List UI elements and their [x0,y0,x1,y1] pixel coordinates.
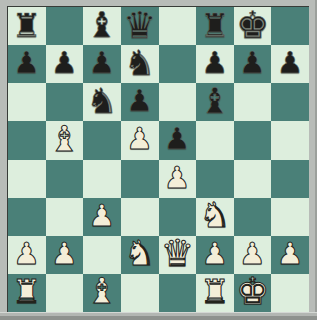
piece-black-rook[interactable]: ♜ [200,9,230,42]
piece-black-knight[interactable]: ♞ [86,84,117,119]
square-a6[interactable] [8,83,46,121]
square-b4[interactable] [46,160,84,198]
square-g7[interactable]: ♟ [234,45,272,83]
piece-black-pawn[interactable]: ♟ [164,124,191,154]
piece-white-bishop[interactable]: ♝ [86,274,117,309]
square-b8[interactable] [46,7,84,45]
square-b5[interactable]: ♝ [46,121,84,159]
square-c3[interactable]: ♟ [83,198,121,236]
piece-white-knight[interactable]: ♞ [199,198,230,233]
square-a3[interactable] [8,198,46,236]
square-c6[interactable]: ♞ [83,83,121,121]
frame-right-bevel [315,0,317,320]
square-f5[interactable] [196,121,234,159]
square-f3[interactable]: ♞ [196,198,234,236]
piece-black-king[interactable]: ♚ [236,7,269,44]
square-c4[interactable] [83,160,121,198]
square-e1[interactable] [159,274,197,312]
square-a5[interactable] [8,121,46,159]
square-c1[interactable]: ♝ [83,274,121,312]
piece-white-pawn[interactable]: ♟ [89,201,116,231]
piece-white-pawn[interactable]: ♟ [51,239,78,269]
square-e4[interactable]: ♟ [159,160,197,198]
piece-black-pawn[interactable]: ♟ [51,48,78,78]
square-d5[interactable]: ♟ [121,121,159,159]
chess-board-frame: ♜♝♛♜♚♟♟♟♞♟♟♟♞♟♝♝♟♟♟♟♞♟♟♞♛♟♟♟♜♝♜♚ [0,0,317,320]
piece-black-bishop[interactable]: ♝ [86,8,117,43]
square-f6[interactable]: ♝ [196,83,234,121]
square-f7[interactable]: ♟ [196,45,234,83]
square-b6[interactable] [46,83,84,121]
square-e2[interactable]: ♛ [159,236,197,274]
square-f8[interactable]: ♜ [196,7,234,45]
square-h3[interactable] [271,198,309,236]
square-h2[interactable]: ♟ [271,236,309,274]
square-g1[interactable]: ♚ [234,274,272,312]
square-c8[interactable]: ♝ [83,7,121,45]
square-d6[interactable]: ♟ [121,83,159,121]
square-e8[interactable] [159,7,197,45]
square-d2[interactable]: ♞ [121,236,159,274]
square-g2[interactable]: ♟ [234,236,272,274]
square-e3[interactable] [159,198,197,236]
frame-bottom-bevel [0,312,317,320]
piece-black-pawn[interactable]: ♟ [277,48,304,78]
square-b1[interactable] [46,274,84,312]
piece-white-rook[interactable]: ♜ [12,275,42,308]
square-c2[interactable] [83,236,121,274]
piece-white-queen[interactable]: ♛ [161,236,194,273]
square-h8[interactable] [271,7,309,45]
square-e5[interactable]: ♟ [159,121,197,159]
piece-white-pawn[interactable]: ♟ [277,239,304,269]
piece-black-pawn[interactable]: ♟ [89,48,116,78]
square-a7[interactable]: ♟ [8,45,46,83]
square-a4[interactable] [8,160,46,198]
piece-black-pawn[interactable]: ♟ [13,48,40,78]
square-f2[interactable]: ♟ [196,236,234,274]
square-e6[interactable] [159,83,197,121]
square-d3[interactable] [121,198,159,236]
square-h5[interactable] [271,121,309,159]
square-d7[interactable]: ♞ [121,45,159,83]
square-a8[interactable]: ♜ [8,7,46,45]
square-g5[interactable] [234,121,272,159]
square-d1[interactable] [121,274,159,312]
square-g4[interactable] [234,160,272,198]
square-g3[interactable] [234,198,272,236]
piece-white-rook[interactable]: ♜ [200,275,230,308]
piece-white-knight[interactable]: ♞ [124,236,155,271]
piece-white-pawn[interactable]: ♟ [13,239,40,269]
square-h6[interactable] [271,83,309,121]
square-h1[interactable] [271,274,309,312]
piece-black-pawn[interactable]: ♟ [126,86,153,116]
square-d4[interactable] [121,160,159,198]
piece-white-pawn[interactable]: ♟ [239,239,266,269]
piece-white-king[interactable]: ♚ [236,274,269,311]
square-g6[interactable] [234,83,272,121]
piece-black-pawn[interactable]: ♟ [201,48,228,78]
piece-white-pawn[interactable]: ♟ [201,239,228,269]
square-b2[interactable]: ♟ [46,236,84,274]
square-h7[interactable]: ♟ [271,45,309,83]
piece-white-pawn[interactable]: ♟ [126,124,153,154]
square-f4[interactable] [196,160,234,198]
square-a2[interactable]: ♟ [8,236,46,274]
square-h4[interactable] [271,160,309,198]
square-g8[interactable]: ♚ [234,7,272,45]
square-a1[interactable]: ♜ [8,274,46,312]
piece-black-pawn[interactable]: ♟ [239,48,266,78]
square-e7[interactable] [159,45,197,83]
square-c7[interactable]: ♟ [83,45,121,83]
square-f1[interactable]: ♜ [196,274,234,312]
piece-white-bishop[interactable]: ♝ [49,122,80,157]
piece-black-bishop[interactable]: ♝ [199,84,230,119]
chess-board: ♜♝♛♜♚♟♟♟♞♟♟♟♞♟♝♝♟♟♟♟♞♟♟♞♛♟♟♟♜♝♜♚ [7,6,309,312]
square-b3[interactable] [46,198,84,236]
piece-black-rook[interactable]: ♜ [12,9,42,42]
square-c5[interactable] [83,121,121,159]
piece-black-knight[interactable]: ♞ [124,46,155,81]
square-d8[interactable]: ♛ [121,7,159,45]
square-b7[interactable]: ♟ [46,45,84,83]
piece-white-pawn[interactable]: ♟ [164,163,191,193]
piece-black-queen[interactable]: ♛ [123,7,156,44]
